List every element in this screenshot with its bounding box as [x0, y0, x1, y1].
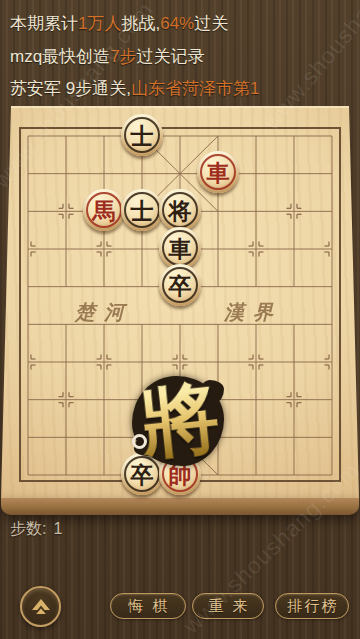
black-soldier[interactable]: 卒	[121, 453, 163, 495]
piece-glyph: 士	[121, 114, 163, 156]
piece-glyph: 帥	[159, 453, 201, 495]
piece-glyph: 車	[159, 227, 201, 269]
piece-glyph: 馬	[83, 189, 125, 231]
stats-line-record: mzq最快创造7步过关记录	[10, 46, 205, 67]
black-soldier[interactable]: 卒	[159, 264, 201, 306]
piece-glyph: 卒	[121, 453, 163, 495]
step-counter-label: 步数:	[10, 520, 46, 537]
black-advisor[interactable]: 士	[121, 189, 163, 231]
red-chariot[interactable]: 車	[197, 151, 239, 193]
piece-glyph: 士	[121, 189, 163, 231]
red-horse[interactable]: 馬	[83, 189, 125, 231]
river-label-right: 漢界	[224, 299, 282, 326]
board-front-edge	[1, 498, 359, 515]
black-chariot[interactable]: 車	[159, 227, 201, 269]
step-counter: 步数:1	[10, 519, 62, 540]
app-screen: 本期累计1万人挑战,64%过关 mzq最快创造7步过关记录 苏安军 9步通关,山…	[0, 0, 360, 639]
piece-glyph: 車	[197, 151, 239, 193]
step-counter-value: 1	[53, 520, 62, 537]
collapse-button[interactable]	[20, 586, 61, 627]
leaderboard-button[interactable]: 排行榜	[275, 593, 349, 619]
black-general[interactable]: 将	[159, 189, 201, 231]
stats-line-best-player: 苏安军 9步通关,山东省菏泽市第1	[10, 78, 259, 99]
chevron-up-icon	[29, 595, 53, 619]
undo-button[interactable]: 悔棋	[110, 593, 186, 619]
piece-glyph: 将	[159, 189, 201, 231]
river-label-left: 楚河	[75, 299, 133, 326]
black-advisor[interactable]: 士	[121, 114, 163, 156]
piece-glyph: 卒	[159, 264, 201, 306]
stats-line-challenge: 本期累计1万人挑战,64%过关	[10, 13, 228, 34]
red-general[interactable]: 帥	[159, 453, 201, 495]
restart-button[interactable]: 重来	[192, 593, 264, 619]
board-edge-highlight	[11, 106, 349, 108]
